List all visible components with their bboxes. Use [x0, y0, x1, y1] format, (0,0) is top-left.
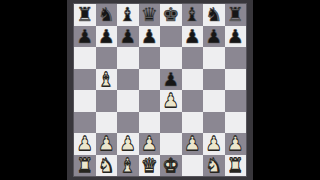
square-c5[interactable] [117, 69, 139, 91]
square-h6[interactable] [225, 47, 247, 69]
chess-board-frame: ♜♞♝♛♚♝♞♜♟♟♟♟♟♟♟♝♟♟♟♟♟♟♟♟♟♜♞♝♛♚♞♜ [67, 0, 253, 180]
square-h7[interactable]: ♟ [225, 26, 247, 48]
square-a6[interactable] [74, 47, 96, 69]
square-e3[interactable] [160, 112, 182, 134]
white-knight: ♞ [205, 155, 222, 174]
square-h1[interactable]: ♜ [225, 155, 247, 177]
square-f1[interactable] [182, 155, 204, 177]
square-d2[interactable]: ♟ [139, 133, 161, 155]
black-pawn: ♟ [227, 26, 244, 45]
square-d3[interactable] [139, 112, 161, 134]
black-bishop: ♝ [119, 5, 136, 24]
white-knight: ♞ [98, 155, 115, 174]
square-f8[interactable]: ♝ [182, 4, 204, 26]
square-c7[interactable]: ♟ [117, 26, 139, 48]
square-c8[interactable]: ♝ [117, 4, 139, 26]
square-a7[interactable]: ♟ [74, 26, 96, 48]
black-bishop: ♝ [184, 5, 201, 24]
square-f4[interactable] [182, 90, 204, 112]
square-h4[interactable] [225, 90, 247, 112]
black-pawn: ♟ [205, 26, 222, 45]
square-g5[interactable] [203, 69, 225, 91]
square-b7[interactable]: ♟ [96, 26, 118, 48]
square-b4[interactable] [96, 90, 118, 112]
square-c2[interactable]: ♟ [117, 133, 139, 155]
black-pawn: ♟ [119, 26, 136, 45]
square-g1[interactable]: ♞ [203, 155, 225, 177]
square-g3[interactable] [203, 112, 225, 134]
square-c1[interactable]: ♝ [117, 155, 139, 177]
square-d1[interactable]: ♛ [139, 155, 161, 177]
square-g8[interactable]: ♞ [203, 4, 225, 26]
white-pawn: ♟ [205, 134, 222, 153]
square-e8[interactable]: ♚ [160, 4, 182, 26]
black-rook: ♜ [76, 5, 93, 24]
square-a3[interactable] [74, 112, 96, 134]
square-h3[interactable] [225, 112, 247, 134]
square-b8[interactable]: ♞ [96, 4, 118, 26]
square-h5[interactable] [225, 69, 247, 91]
square-e2[interactable] [160, 133, 182, 155]
black-queen: ♛ [141, 5, 158, 24]
white-pawn: ♟ [76, 134, 93, 153]
square-a4[interactable] [74, 90, 96, 112]
black-pawn: ♟ [141, 26, 158, 45]
square-b2[interactable]: ♟ [96, 133, 118, 155]
square-h8[interactable]: ♜ [225, 4, 247, 26]
square-f3[interactable] [182, 112, 204, 134]
chess-board: ♜♞♝♛♚♝♞♜♟♟♟♟♟♟♟♝♟♟♟♟♟♟♟♟♟♜♞♝♛♚♞♜ [73, 3, 247, 177]
letterboxed-stage: ♜♞♝♛♚♝♞♜♟♟♟♟♟♟♟♝♟♟♟♟♟♟♟♟♟♜♞♝♛♚♞♜ [0, 0, 320, 180]
black-pawn: ♟ [98, 26, 115, 45]
square-g2[interactable]: ♟ [203, 133, 225, 155]
white-king: ♚ [162, 155, 179, 174]
square-e1[interactable]: ♚ [160, 155, 182, 177]
square-c4[interactable] [117, 90, 139, 112]
square-d7[interactable]: ♟ [139, 26, 161, 48]
square-d4[interactable] [139, 90, 161, 112]
white-rook: ♜ [227, 155, 244, 174]
black-knight: ♞ [98, 5, 115, 24]
square-d6[interactable] [139, 47, 161, 69]
square-e4[interactable]: ♟ [160, 90, 182, 112]
square-b1[interactable]: ♞ [96, 155, 118, 177]
square-f2[interactable]: ♟ [182, 133, 204, 155]
white-pawn: ♟ [184, 134, 201, 153]
black-knight: ♞ [205, 5, 222, 24]
square-c6[interactable] [117, 47, 139, 69]
square-g4[interactable] [203, 90, 225, 112]
square-f6[interactable] [182, 47, 204, 69]
white-bishop: ♝ [98, 69, 115, 88]
square-g6[interactable] [203, 47, 225, 69]
square-d8[interactable]: ♛ [139, 4, 161, 26]
square-f5[interactable] [182, 69, 204, 91]
white-rook: ♜ [76, 155, 93, 174]
square-a1[interactable]: ♜ [74, 155, 96, 177]
square-b6[interactable] [96, 47, 118, 69]
square-b3[interactable] [96, 112, 118, 134]
square-e5[interactable]: ♟ [160, 69, 182, 91]
black-rook: ♜ [227, 5, 244, 24]
white-pawn: ♟ [119, 134, 136, 153]
square-a8[interactable]: ♜ [74, 4, 96, 26]
white-pawn: ♟ [141, 134, 158, 153]
white-bishop: ♝ [119, 155, 136, 174]
black-pawn: ♟ [76, 26, 93, 45]
black-pawn: ♟ [162, 69, 179, 88]
square-e6[interactable] [160, 47, 182, 69]
square-f7[interactable]: ♟ [182, 26, 204, 48]
white-pawn: ♟ [227, 134, 244, 153]
white-pawn: ♟ [98, 134, 115, 153]
square-a5[interactable] [74, 69, 96, 91]
square-c3[interactable] [117, 112, 139, 134]
square-e7[interactable] [160, 26, 182, 48]
black-king: ♚ [162, 5, 179, 24]
white-pawn: ♟ [162, 91, 179, 110]
white-queen: ♛ [141, 155, 158, 174]
square-h2[interactable]: ♟ [225, 133, 247, 155]
square-b5[interactable]: ♝ [96, 69, 118, 91]
square-a2[interactable]: ♟ [74, 133, 96, 155]
black-pawn: ♟ [184, 26, 201, 45]
square-d5[interactable] [139, 69, 161, 91]
square-g7[interactable]: ♟ [203, 26, 225, 48]
